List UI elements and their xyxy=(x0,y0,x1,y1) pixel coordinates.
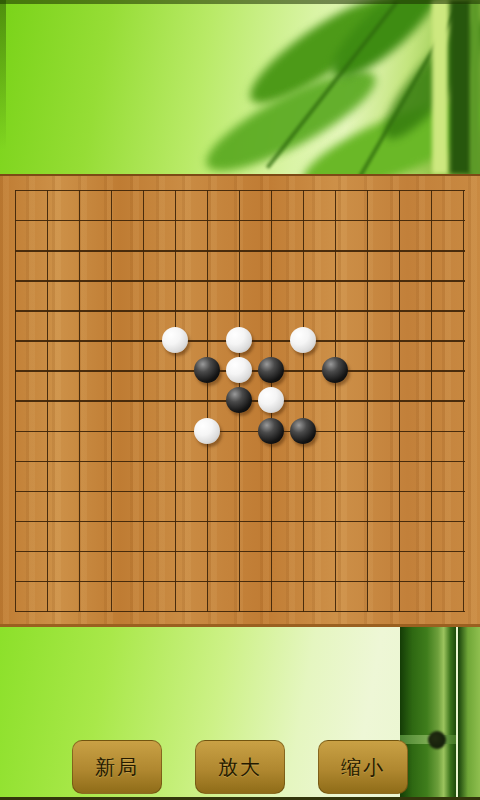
white-stone xyxy=(194,418,220,444)
black-stone xyxy=(322,357,348,383)
white-stone xyxy=(258,387,284,413)
white-stone xyxy=(226,327,252,353)
button-bar: 新局 放大 缩小 xyxy=(0,740,480,794)
gomoku-board[interactable] xyxy=(0,174,480,627)
app-screen: 新局 放大 缩小 xyxy=(0,0,480,800)
bamboo-stalk xyxy=(470,0,480,174)
white-stone xyxy=(290,327,316,353)
new-game-button[interactable]: 新局 xyxy=(72,740,162,794)
black-stone xyxy=(258,418,284,444)
bamboo-stalk xyxy=(450,0,472,174)
zoom-out-button[interactable]: 缩小 xyxy=(318,740,408,794)
black-stone xyxy=(290,418,316,444)
bamboo-background-top xyxy=(0,0,480,174)
stones-layer xyxy=(0,175,479,627)
screen-left-shade xyxy=(0,0,6,150)
black-stone xyxy=(226,387,252,413)
bamboo-stalk xyxy=(432,0,448,174)
black-stone xyxy=(194,357,220,383)
white-stone xyxy=(226,357,252,383)
screen-top-shade xyxy=(0,0,480,4)
zoom-in-button[interactable]: 放大 xyxy=(195,740,285,794)
white-stone xyxy=(162,327,188,353)
black-stone xyxy=(258,357,284,383)
